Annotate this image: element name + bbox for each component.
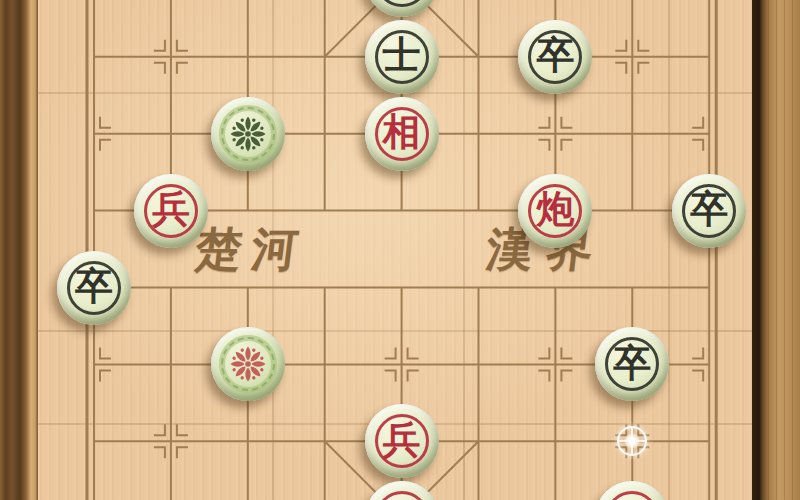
piece-character: 卒 [672,173,746,247]
piece-character: 兵 [365,403,439,477]
piece-black-pawn[interactable]: 卒 [672,174,746,248]
piece-character: 卒 [595,326,669,400]
piece-red-piece-cut-bottom[interactable] [595,481,669,500]
piece-character [365,480,439,500]
piece-black-pawn[interactable]: 卒 [518,20,592,94]
wood-frame-left [0,0,38,500]
piece-red-pawn[interactable]: 兵 [365,404,439,478]
flower-pattern-icon [226,342,270,386]
target-crosshair-icon [617,426,647,456]
piece-character: 炮 [518,173,592,247]
river-label-chu-he: 楚河 [193,226,311,272]
piece-character: 相 [365,96,439,170]
piece-red-cannon[interactable]: 炮 [518,174,592,248]
piece-hidden-red-piece[interactable] [211,327,285,401]
piece-black-pawn[interactable]: 卒 [57,251,131,325]
piece-red-pawn[interactable]: 兵 [134,174,208,248]
wood-frame-right [752,0,800,500]
piece-character: 將 [365,0,439,16]
piece-character: 士 [365,19,439,93]
piece-black-pawn[interactable]: 卒 [595,327,669,401]
piece-black-advisor[interactable]: 士 [365,20,439,94]
piece-character: 卒 [518,19,592,93]
piece-hidden-black-piece[interactable] [211,97,285,171]
piece-red-piece-cut-bottom[interactable] [365,481,439,500]
piece-character: 兵 [134,173,208,247]
piece-black-general-cut-top[interactable]: 將 [365,0,439,17]
xiangqi-game-screen: 楚河 漢界 將士卒相兵炮卒卒卒兵 [0,0,800,500]
piece-character: 卒 [57,250,131,324]
flower-pattern-icon [226,112,270,156]
piece-character [595,480,669,500]
piece-red-elephant[interactable]: 相 [365,97,439,171]
